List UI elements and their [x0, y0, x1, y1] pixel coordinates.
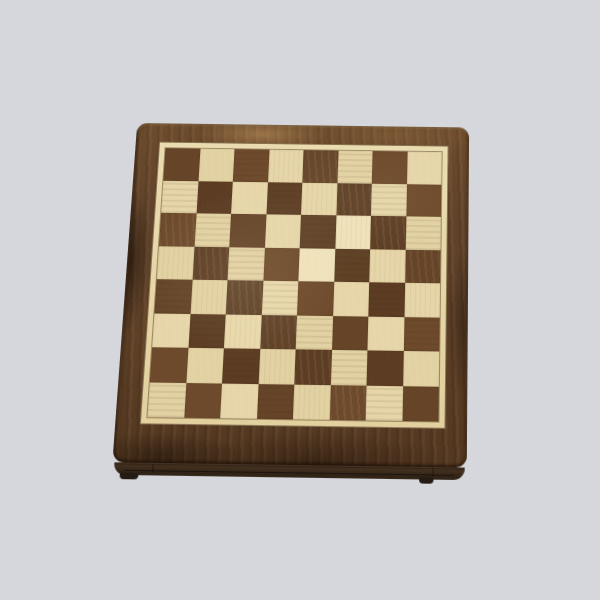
square-r3c2-light — [194, 213, 231, 246]
square-r4c1-light — [157, 246, 194, 280]
square-r7c7-dark — [367, 350, 404, 385]
corner-seam-right — [432, 468, 433, 476]
square-r3c7-dark — [370, 216, 406, 250]
square-r1c2-light — [198, 149, 234, 182]
square-r6c5-light — [296, 315, 333, 350]
square-r7c6-light — [330, 350, 367, 385]
box-foot-right — [419, 477, 434, 484]
square-r6c6-dark — [332, 316, 369, 351]
square-r7c4-light — [258, 349, 296, 384]
square-r8c5-light — [293, 384, 331, 420]
scene — [0, 0, 600, 600]
square-r1c6-light — [337, 151, 373, 184]
square-r4c5-light — [298, 248, 335, 282]
square-r4c4-dark — [263, 247, 300, 281]
square-r7c8-light — [403, 351, 440, 386]
square-r1c1-dark — [163, 148, 200, 181]
square-r8c2-dark — [184, 383, 222, 419]
square-r6c8-dark — [403, 317, 439, 352]
square-r2c4-dark — [266, 182, 302, 215]
square-r6c2-dark — [188, 314, 226, 349]
square-r8c8-dark — [402, 386, 439, 422]
square-r3c4-light — [264, 214, 301, 247]
square-r1c5-dark — [302, 150, 338, 183]
square-r2c1-light — [161, 180, 198, 213]
box-foot-left — [119, 473, 138, 480]
square-r8c1-light — [147, 382, 185, 418]
square-r5c4-light — [261, 281, 298, 315]
square-r2c3-light — [231, 181, 267, 214]
square-r7c2-light — [186, 348, 224, 383]
square-r8c7-light — [366, 385, 403, 421]
square-r6c3-light — [224, 314, 261, 349]
square-r5c7-dark — [368, 282, 404, 316]
square-r5c2-light — [190, 280, 227, 314]
square-r2c5-light — [301, 182, 337, 215]
square-r3c1-dark — [159, 213, 196, 246]
chess-box — [112, 123, 469, 469]
square-r6c1-light — [152, 313, 190, 348]
square-r5c1-dark — [154, 279, 192, 313]
square-r6c4-dark — [260, 315, 297, 350]
square-r3c8-light — [405, 216, 441, 250]
square-r4c3-light — [228, 247, 265, 281]
inlay-border — [140, 142, 449, 429]
square-r7c5-dark — [294, 349, 331, 384]
square-r4c2-dark — [192, 246, 229, 280]
chess-board — [147, 148, 441, 421]
square-r2c6-dark — [336, 183, 372, 216]
square-r4c8-dark — [405, 249, 441, 283]
square-r1c3-dark — [233, 149, 269, 182]
square-r5c5-dark — [297, 281, 334, 315]
square-r4c6-dark — [334, 248, 370, 282]
square-r3c6-light — [335, 215, 371, 248]
square-r4c7-light — [369, 249, 405, 283]
square-r2c2-dark — [196, 181, 233, 214]
square-r3c5-dark — [300, 215, 336, 248]
square-r5c3-dark — [226, 280, 263, 314]
square-r8c6-dark — [329, 385, 366, 421]
square-r2c8-dark — [406, 184, 441, 217]
square-r2c7-light — [371, 183, 407, 216]
square-r8c4-dark — [256, 384, 294, 420]
photo-background — [0, 0, 600, 600]
side-seam — [124, 469, 454, 475]
corner-seam-left — [152, 464, 154, 472]
square-r7c1-dark — [150, 347, 188, 382]
square-r5c6-light — [333, 282, 370, 316]
square-r6c7-light — [367, 316, 404, 351]
square-r1c7-dark — [372, 151, 407, 184]
square-r7c3-dark — [222, 348, 260, 383]
board-frame — [112, 123, 469, 468]
square-r8c3-light — [220, 383, 258, 419]
square-r3c3-dark — [229, 214, 266, 247]
square-r1c4-light — [268, 150, 304, 183]
square-r1c8-light — [407, 152, 442, 185]
square-r5c8-light — [404, 283, 440, 317]
